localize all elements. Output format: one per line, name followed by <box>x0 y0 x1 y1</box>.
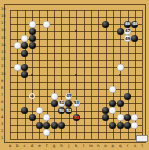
column-label: s <box>134 144 136 148</box>
black-stone[interactable] <box>36 122 43 129</box>
black-stone[interactable] <box>29 114 36 121</box>
column-label: j <box>68 144 69 148</box>
row-label: 17 <box>1 22 5 26</box>
row-label: 2 <box>1 130 3 134</box>
grid-line-horizontal <box>10 111 142 112</box>
column-label: r <box>127 144 129 148</box>
white-stone[interactable] <box>117 64 124 71</box>
column-label: o <box>104 144 106 148</box>
column-label: n <box>97 144 100 148</box>
row-label: 4 <box>1 116 3 120</box>
black-stone[interactable] <box>109 122 116 129</box>
white-stone[interactable] <box>51 93 58 100</box>
column-label: d <box>31 144 34 148</box>
row-label: 6 <box>1 102 3 106</box>
black-stone[interactable] <box>117 122 124 129</box>
go-board-app: 46484749455153505254 abcdefghjklmnopqrst… <box>0 0 149 150</box>
row-label: 15 <box>1 37 5 41</box>
row-label: 1 <box>1 138 3 142</box>
grid-line-horizontal <box>10 10 142 11</box>
black-stone-numbered[interactable]: 46 <box>124 21 131 28</box>
corner-widget[interactable] <box>136 135 148 142</box>
row-label: 18 <box>1 15 5 19</box>
row-label: 3 <box>1 123 3 127</box>
black-stone[interactable] <box>58 122 65 129</box>
white-stone[interactable] <box>29 21 36 28</box>
grid-line-horizontal <box>10 132 142 133</box>
white-stone-numbered[interactable]: 53 <box>73 100 80 107</box>
black-stone[interactable] <box>124 122 131 129</box>
row-label: 5 <box>1 109 3 113</box>
white-stone[interactable] <box>43 129 50 136</box>
star-point <box>75 74 77 76</box>
black-stone-numbered[interactable]: 50 <box>58 107 65 114</box>
column-label: q <box>119 144 122 148</box>
black-stone[interactable] <box>43 122 50 129</box>
black-stone[interactable] <box>117 100 124 107</box>
black-stone[interactable] <box>51 100 58 107</box>
black-stone[interactable] <box>21 50 28 57</box>
grid-line-horizontal <box>10 89 142 90</box>
grid-line-horizontal <box>10 139 142 140</box>
white-stone[interactable] <box>109 86 116 93</box>
white-stone-numbered[interactable]: 51 <box>58 100 65 107</box>
column-label: g <box>53 144 56 148</box>
row-label: 19 <box>1 8 5 12</box>
white-stone[interactable] <box>43 21 50 28</box>
white-stone-numbered[interactable]: 45 <box>65 93 72 100</box>
column-label: t <box>142 144 144 148</box>
star-point <box>31 74 33 76</box>
black-stone[interactable] <box>124 93 131 100</box>
column-label: h <box>60 144 63 148</box>
row-label: 7 <box>1 94 3 98</box>
column-label: f <box>46 144 47 148</box>
row-label: 16 <box>1 30 5 34</box>
black-stone[interactable] <box>51 122 58 129</box>
white-stone-numbered[interactable]: 47 <box>124 28 131 35</box>
grid-line-horizontal <box>10 17 142 18</box>
column-label: b <box>16 144 19 148</box>
column-label: c <box>24 144 26 148</box>
black-stone[interactable] <box>29 35 36 42</box>
star-point <box>119 74 121 76</box>
column-label: k <box>75 144 77 148</box>
white-stone[interactable] <box>36 107 43 114</box>
black-stone[interactable] <box>29 28 36 35</box>
row-label: 8 <box>1 87 3 91</box>
column-label: a <box>9 144 11 148</box>
row-label: 10 <box>1 73 5 77</box>
grid-line-horizontal <box>10 53 142 54</box>
column-label: e <box>38 144 40 148</box>
row-label: 13 <box>1 51 5 55</box>
row-label: 12 <box>1 58 5 62</box>
grid-line-horizontal <box>10 60 142 61</box>
black-stone[interactable] <box>102 21 109 28</box>
row-label: 14 <box>1 44 5 48</box>
column-label: p <box>112 144 115 148</box>
row-label: 9 <box>1 80 3 84</box>
white-stone[interactable] <box>131 122 138 129</box>
row-label: 11 <box>1 66 5 70</box>
black-stone[interactable] <box>117 28 124 35</box>
black-stone[interactable] <box>29 42 36 49</box>
column-label: m <box>89 144 93 148</box>
grid-line-vertical <box>142 10 143 140</box>
black-stone-numbered[interactable]: 54 <box>73 114 80 121</box>
white-stone[interactable] <box>14 64 21 71</box>
grid-line-horizontal <box>10 82 142 83</box>
column-label: l <box>83 144 84 148</box>
